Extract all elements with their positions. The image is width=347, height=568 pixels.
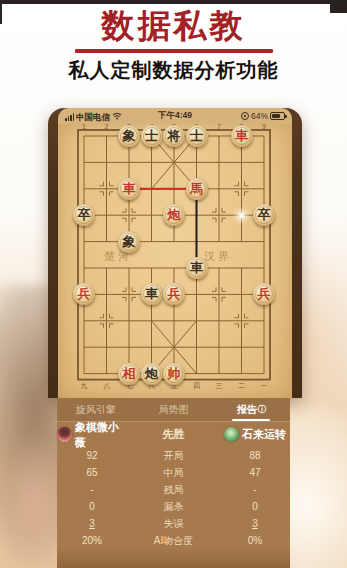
column-label-top: 9 (256, 123, 272, 130)
piece-glyph: 士 (190, 125, 203, 147)
piece-glyph: 兵 (168, 283, 181, 305)
piece-glyph: 象 (123, 231, 136, 253)
stat-right-value: - (220, 484, 290, 495)
stat-rows: 92开局8865中局47-残局-0漏杀03失误320%AI吻合度0% (57, 447, 290, 549)
photo-edge-top (0, 0, 347, 4)
right-player-avatar[interactable] (224, 427, 239, 442)
piece-glyph: 象 (123, 125, 136, 147)
stat-right-value: 88 (220, 450, 290, 461)
column-label-bottom: 八 (99, 381, 115, 391)
piece-glyph: 兵 (78, 283, 91, 305)
page-title: 数据私教 (0, 6, 347, 46)
column-label-bottom: 二 (234, 381, 250, 391)
analysis-panel: 旋风引擎局势图报告ⓘ 象棋微小薇 先胜 石来运转 92开局8865中局47-残局… (57, 398, 290, 568)
column-label-top: 7 (211, 123, 227, 130)
stat-label: 开局 (127, 449, 220, 463)
red-piece-相[interactable]: 相 (118, 363, 140, 385)
black-piece-将[interactable]: 将 (163, 125, 185, 147)
stat-left-value: 65 (57, 467, 127, 478)
stat-left-value: 92 (57, 450, 127, 461)
piece-glyph: 炮 (145, 363, 158, 385)
header: 数据私教 私人定制数据分析功能 (0, 6, 347, 84)
black-piece-士[interactable]: 士 (186, 125, 208, 147)
page-subtitle: 私人定制数据分析功能 (0, 57, 347, 84)
piece-glyph: 帅 (168, 363, 181, 385)
piece-glyph: 士 (145, 125, 158, 147)
piece-glyph: 車 (235, 125, 248, 147)
right-player: 石来运转 (220, 427, 290, 442)
tab-1[interactable]: 旋风引擎 (57, 398, 135, 421)
column-label-bottom: 一 (256, 381, 272, 391)
stat-row: 0漏杀0 (57, 498, 290, 515)
stat-left-value: 0 (57, 501, 127, 512)
black-piece-象[interactable]: 象 (118, 125, 140, 147)
red-piece-馬[interactable]: 馬 (186, 178, 208, 200)
red-piece-車[interactable]: 車 (231, 125, 253, 147)
title-divider (75, 49, 273, 53)
black-piece-車[interactable]: 車 (141, 283, 163, 305)
column-label-bottom: 九 (76, 381, 92, 391)
stat-label: 残局 (127, 483, 220, 497)
right-player-name: 石来运转 (242, 427, 286, 442)
stat-left-value: - (57, 484, 127, 495)
phone-screenshot-board: 中国电信 下午4:49 64% 123456789九八七六五四三二一楚河汉界 象… (48, 108, 302, 398)
stat-left-value: 20% (57, 535, 127, 546)
stat-left-value[interactable]: 3 (57, 518, 127, 529)
column-label-bottom: 三 (211, 381, 227, 391)
stat-row: 92开局88 (57, 447, 290, 464)
piece-glyph: 卒 (78, 204, 91, 226)
column-label-top: 1 (76, 123, 92, 130)
piece-glyph: 車 (145, 283, 158, 305)
stat-label: 中局 (127, 466, 220, 480)
stat-row: 20%AI吻合度0% (57, 532, 290, 549)
left-player-avatar[interactable] (57, 427, 72, 442)
stat-row: 65中局47 (57, 464, 290, 481)
stat-right-value[interactable]: 3 (220, 518, 290, 529)
piece-glyph: 炮 (168, 204, 181, 226)
stat-label: 失误 (127, 517, 220, 531)
piece-glyph: 相 (123, 363, 136, 385)
red-piece-帅[interactable]: 帅 (163, 363, 185, 385)
clock-label: 下午4:49 (58, 110, 292, 122)
tab-2[interactable]: 局势图 (135, 398, 213, 421)
black-piece-士[interactable]: 士 (141, 125, 163, 147)
piece-glyph: 卒 (258, 204, 271, 226)
tab-bar: 旋风引擎局势图报告ⓘ (57, 398, 290, 422)
piece-glyph: 車 (190, 257, 203, 279)
suggested-move-dot (238, 212, 245, 219)
stat-right-value: 0 (220, 501, 290, 512)
piece-glyph: 兵 (258, 283, 271, 305)
board-grid (58, 124, 292, 398)
info-icon[interactable]: ⓘ (258, 404, 266, 415)
red-piece-車[interactable]: 車 (118, 178, 140, 200)
match-result: 先胜 (127, 427, 220, 442)
piece-glyph: 馬 (190, 178, 203, 200)
battery-icon (270, 112, 285, 120)
stat-right-value: 0% (220, 535, 290, 546)
piece-glyph: 車 (123, 178, 136, 200)
column-label-bottom: 四 (189, 381, 205, 391)
river-right-text: 汉界 (204, 249, 232, 264)
players-row: 象棋微小薇 先胜 石来运转 (57, 422, 290, 447)
column-label-top: 2 (99, 123, 115, 130)
black-piece-象[interactable]: 象 (118, 231, 140, 253)
tab-3[interactable]: 报告ⓘ (212, 398, 290, 421)
orientation-lock-icon (241, 112, 249, 120)
left-player: 象棋微小薇 (57, 420, 127, 450)
status-bar: 中国电信 下午4:49 64% (58, 108, 292, 124)
stat-row: 3失误3 (57, 515, 290, 532)
left-player-name: 象棋微小薇 (75, 420, 127, 450)
stat-row: -残局- (57, 481, 290, 498)
stat-label: 漏杀 (127, 500, 220, 514)
black-piece-炮[interactable]: 炮 (141, 363, 163, 385)
stat-right-value: 47 (220, 467, 290, 478)
xiangqi-board[interactable]: 123456789九八七六五四三二一楚河汉界 象士将士車車馬卒炮卒象車兵車兵兵相… (58, 124, 292, 398)
black-piece-車[interactable]: 車 (186, 257, 208, 279)
stat-label: AI吻合度 (127, 534, 220, 548)
piece-glyph: 将 (168, 125, 181, 147)
